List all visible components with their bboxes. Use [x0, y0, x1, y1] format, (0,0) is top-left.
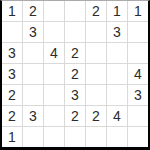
- cell-r7c2-empty[interactable]: [23, 127, 43, 147]
- cell-r3c5-empty[interactable]: [86, 43, 106, 63]
- cell-r2c2-clue: 3: [23, 22, 43, 42]
- cell-r7c3-empty[interactable]: [44, 127, 64, 147]
- cell-r1c4-empty[interactable]: [65, 1, 85, 21]
- cell-r5c3-empty[interactable]: [44, 85, 64, 105]
- cell-r2c4-empty[interactable]: [65, 22, 85, 42]
- cell-r1c1-clue: 1: [2, 1, 22, 21]
- cell-r6c1-clue: 2: [2, 106, 22, 126]
- cell-r6c4-clue: 2: [65, 106, 85, 126]
- cell-r6c3-empty[interactable]: [44, 106, 64, 126]
- cell-r7c5-empty[interactable]: [86, 127, 106, 147]
- cell-r1c7-clue: 1: [128, 1, 148, 21]
- cell-r7c7-empty[interactable]: [128, 127, 148, 147]
- cell-r4c1-clue: 3: [2, 64, 22, 84]
- cell-r1c2-clue: 2: [23, 1, 43, 21]
- cell-r3c1-clue: 3: [2, 43, 22, 63]
- cell-r4c5-empty[interactable]: [86, 64, 106, 84]
- cell-r3c6-empty[interactable]: [107, 43, 127, 63]
- cell-r1c3-empty[interactable]: [44, 1, 64, 21]
- cell-r5c2-empty[interactable]: [23, 85, 43, 105]
- cell-r1c5-clue: 2: [86, 1, 106, 21]
- cell-r4c7-clue: 4: [128, 64, 148, 84]
- cell-r7c6-empty[interactable]: [107, 127, 127, 147]
- cell-r3c2-empty[interactable]: [23, 43, 43, 63]
- cell-r4c2-empty[interactable]: [23, 64, 43, 84]
- cell-r2c7-empty[interactable]: [128, 22, 148, 42]
- cell-r3c3-clue: 4: [44, 43, 64, 63]
- cell-r4c3-empty[interactable]: [44, 64, 64, 84]
- cell-r4c6-empty[interactable]: [107, 64, 127, 84]
- cell-r1c6-clue: 1: [107, 1, 127, 21]
- cell-r5c1-clue: 2: [2, 85, 22, 105]
- cell-r3c7-empty[interactable]: [128, 43, 148, 63]
- cell-r2c1-empty[interactable]: [2, 22, 22, 42]
- minesweeper-board: 1221133342324233232241: [0, 0, 150, 150]
- cell-r5c7-clue: 3: [128, 85, 148, 105]
- cell-r6c7-empty[interactable]: [128, 106, 148, 126]
- cell-r5c6-empty[interactable]: [107, 85, 127, 105]
- cell-r2c6-clue: 3: [107, 22, 127, 42]
- cell-r2c3-empty[interactable]: [44, 22, 64, 42]
- cell-r5c5-empty[interactable]: [86, 85, 106, 105]
- cell-r3c4-clue: 2: [65, 43, 85, 63]
- cell-r7c4-empty[interactable]: [65, 127, 85, 147]
- cell-r2c5-empty[interactable]: [86, 22, 106, 42]
- cell-r4c4-clue: 2: [65, 64, 85, 84]
- cell-r6c2-clue: 3: [23, 106, 43, 126]
- cell-r6c6-clue: 4: [107, 106, 127, 126]
- cell-r7c1-clue: 1: [2, 127, 22, 147]
- cell-r5c4-clue: 3: [65, 85, 85, 105]
- cell-r6c5-clue: 2: [86, 106, 106, 126]
